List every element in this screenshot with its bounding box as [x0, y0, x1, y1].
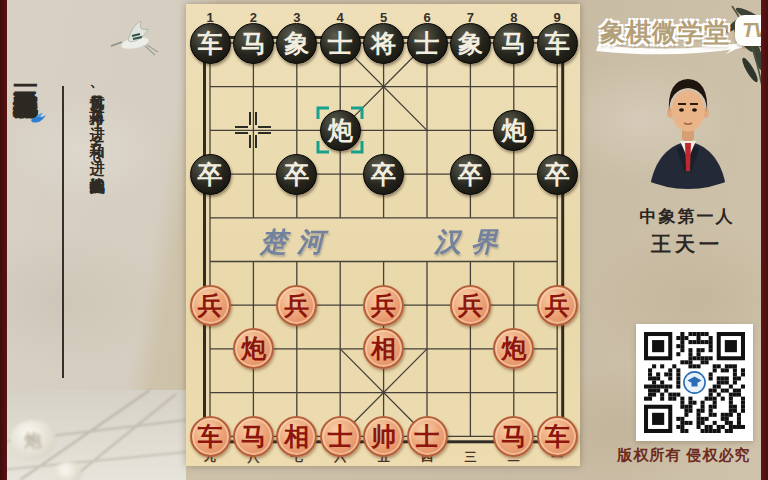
piece-black-pawn[interactable]: 卒	[537, 154, 578, 195]
title-divider	[62, 86, 64, 378]
host-caption: 中象第一人	[612, 205, 762, 228]
piece-black-general[interactable]: 将	[363, 23, 404, 64]
piece-black-cannon[interactable]: 炮	[493, 110, 534, 151]
piece-red-general[interactable]: 帅	[363, 416, 404, 457]
crane-icon	[108, 16, 160, 62]
host-name: 王天一	[612, 231, 762, 258]
piece-red-pawn[interactable]: 兵	[276, 285, 317, 326]
bird-icon	[30, 111, 47, 125]
piece-red-rook[interactable]: 车	[190, 416, 231, 457]
qr-pattern	[644, 332, 745, 433]
video-frame: 炮 王天一先手飞相局对右士角炮 黄竹风、蒋川马2进1和马2进3的实战选择	[0, 0, 768, 480]
piece-red-pawn[interactable]: 兵	[363, 285, 404, 326]
piece-red-advisor[interactable]: 士	[320, 416, 361, 457]
piece-red-horse[interactable]: 马	[233, 416, 274, 457]
left-maroon-bar	[0, 0, 7, 480]
piece-red-pawn[interactable]: 兵	[190, 285, 231, 326]
piece-black-horse[interactable]: 马	[493, 23, 534, 64]
piece-black-cannon[interactable]: 炮	[320, 110, 361, 151]
piece-black-advisor[interactable]: 士	[407, 23, 448, 64]
piece-red-pawn[interactable]: 兵	[537, 285, 578, 326]
piece-black-elephant[interactable]: 象	[276, 23, 317, 64]
blurred-cannon-piece: 炮	[10, 420, 56, 460]
piece-black-pawn[interactable]: 卒	[363, 154, 404, 195]
piece-black-elephant[interactable]: 象	[450, 23, 491, 64]
logo-text: 象棋微学堂	[600, 16, 730, 49]
piece-red-elephant[interactable]: 相	[276, 416, 317, 457]
piece-black-rook[interactable]: 车	[537, 23, 578, 64]
xiangqi-board[interactable]: 123456789 九八七六五四三二一 楚河 汉界 车马象士将士象马车炮炮卒卒卒…	[186, 4, 580, 466]
piece-red-pawn[interactable]: 兵	[450, 285, 491, 326]
copyright-notice: 版权所有 侵权必究	[600, 446, 768, 465]
piece-red-advisor[interactable]: 士	[407, 416, 448, 457]
right-maroon-bar	[761, 0, 768, 480]
qr-code	[636, 324, 753, 441]
piece-black-horse[interactable]: 马	[233, 23, 274, 64]
river-left-text: 楚河	[260, 224, 334, 260]
file-label-bottom: 三	[459, 449, 481, 466]
piece-black-pawn[interactable]: 卒	[450, 154, 491, 195]
river-label: 楚河 汉界	[210, 222, 558, 262]
piece-black-pawn[interactable]: 卒	[190, 154, 231, 195]
host-portrait	[643, 73, 733, 193]
episode-subtitle: 黄竹风、蒋川马2进1和马2进3的实战选择	[84, 83, 111, 393]
piece-black-advisor[interactable]: 士	[320, 23, 361, 64]
piece-red-horse[interactable]: 马	[493, 416, 534, 457]
blurred-piece	[54, 462, 82, 480]
piece-red-rook[interactable]: 车	[537, 416, 578, 457]
piece-black-pawn[interactable]: 卒	[276, 154, 317, 195]
channel-logo: 象棋微学堂 TV	[592, 10, 768, 62]
river-right-text: 汉界	[434, 224, 508, 260]
piece-black-rook[interactable]: 车	[190, 23, 231, 64]
piece-red-cannon[interactable]: 炮	[233, 328, 274, 369]
